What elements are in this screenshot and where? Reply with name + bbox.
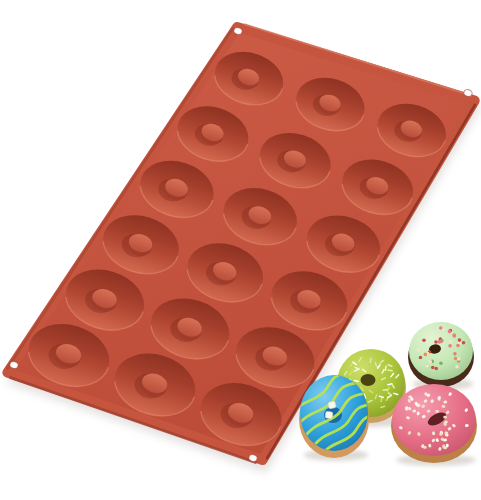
donut-sprinkle — [424, 333, 428, 337]
donut-sprinkle — [434, 340, 438, 344]
donut-sprinkle — [449, 340, 453, 344]
donut-sprinkle — [448, 344, 452, 348]
donut-pink — [391, 384, 477, 466]
donut-sprinkle — [443, 416, 447, 419]
donut-sprinkle — [453, 352, 457, 356]
donut-sprinkle — [423, 446, 427, 449]
donut-sprinkle — [434, 367, 438, 371]
donut-sprinkle — [422, 338, 426, 342]
donut-hole — [361, 374, 376, 386]
donut-sprinkle — [456, 344, 460, 348]
marshmallow-bit — [328, 401, 336, 409]
donut-sprinkle — [439, 340, 443, 344]
donut-sprinkle — [431, 366, 435, 370]
donut-sprinkle — [417, 348, 421, 352]
donut-sprinkle — [462, 341, 466, 345]
donut-mold-scene-svg — [0, 0, 481, 500]
donut-sprinkle — [429, 360, 433, 364]
donut-sprinkle — [417, 412, 420, 416]
donut-sprinkle — [458, 338, 462, 342]
donut-mint — [408, 322, 474, 390]
donut-sprinkle — [454, 357, 458, 361]
donut-sprinkle — [457, 357, 461, 361]
marshmallow-bit — [325, 411, 333, 418]
donut-sprinkle — [426, 365, 430, 369]
donut-sprinkle — [439, 326, 443, 330]
donut-sprinkle — [435, 410, 439, 413]
donut-sprinkle — [453, 334, 457, 338]
donut-sprinkle — [455, 365, 459, 369]
donut-sprinkle — [448, 330, 452, 334]
donut-sprinkle — [446, 444, 449, 448]
donut-sprinkle — [419, 356, 423, 360]
donut-sprinkle — [442, 445, 445, 449]
product-photo — [0, 0, 481, 500]
donut-sprinkle — [424, 353, 428, 357]
donut-sprinkle — [439, 361, 443, 365]
